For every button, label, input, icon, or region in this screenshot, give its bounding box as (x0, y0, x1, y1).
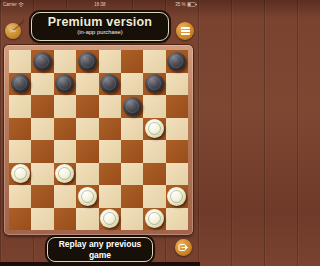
board-square[interactable] (9, 163, 31, 186)
hamburger-icon (181, 27, 190, 35)
board-square[interactable] (54, 73, 76, 96)
board-square[interactable] (31, 118, 53, 141)
board-square[interactable] (54, 95, 76, 118)
board-square[interactable] (121, 50, 143, 73)
board-square[interactable] (76, 140, 98, 163)
light-piece[interactable] (11, 164, 30, 183)
board-square[interactable] (166, 208, 188, 231)
light-piece[interactable] (145, 119, 164, 138)
board-square[interactable] (9, 208, 31, 231)
board-square[interactable] (143, 208, 165, 231)
board-grid (9, 50, 188, 230)
board-square[interactable] (9, 73, 31, 96)
board-square[interactable] (31, 50, 53, 73)
board-square[interactable] (31, 163, 53, 186)
premium-banner[interactable]: Premium version (in-app purchase) (31, 12, 169, 41)
board-square[interactable] (121, 118, 143, 141)
menu-button[interactable] (176, 22, 194, 40)
board-square[interactable] (121, 73, 143, 96)
bottom-shadow (0, 262, 200, 266)
dark-piece[interactable] (100, 74, 119, 93)
light-piece[interactable] (167, 187, 186, 206)
light-piece[interactable] (145, 209, 164, 228)
board-square[interactable] (99, 95, 121, 118)
board-square[interactable] (76, 208, 98, 231)
board-square[interactable] (143, 95, 165, 118)
board-square[interactable] (143, 140, 165, 163)
board-square[interactable] (166, 73, 188, 96)
board-square[interactable] (31, 73, 53, 96)
board-square[interactable] (76, 73, 98, 96)
forward-button[interactable] (175, 239, 192, 256)
light-piece[interactable] (78, 187, 97, 206)
board-square[interactable] (54, 163, 76, 186)
status-bar: Carrier 16:38 35 % (0, 0, 200, 8)
board-square[interactable] (54, 185, 76, 208)
board-frame (4, 45, 193, 235)
board-square[interactable] (166, 185, 188, 208)
dark-piece[interactable] (78, 52, 97, 71)
board-square[interactable] (143, 163, 165, 186)
dark-piece[interactable] (33, 52, 52, 71)
dark-piece[interactable] (167, 52, 186, 71)
board-square[interactable] (76, 95, 98, 118)
dark-piece[interactable] (55, 74, 74, 93)
board-square[interactable] (121, 140, 143, 163)
board-square[interactable] (31, 208, 53, 231)
board-square[interactable] (9, 50, 31, 73)
board-square[interactable] (166, 163, 188, 186)
replay-button[interactable]: Replay any previous game (47, 237, 153, 262)
board-square[interactable] (76, 163, 98, 186)
board-square[interactable] (76, 118, 98, 141)
board-square[interactable] (31, 140, 53, 163)
board-square[interactable] (54, 140, 76, 163)
board-square[interactable] (166, 140, 188, 163)
board-square[interactable] (121, 185, 143, 208)
board-square[interactable] (99, 185, 121, 208)
board-square[interactable] (143, 73, 165, 96)
clock: 16:38 (0, 2, 200, 7)
board-square[interactable] (121, 208, 143, 231)
light-piece[interactable] (100, 209, 119, 228)
board-square[interactable] (54, 50, 76, 73)
board-square[interactable] (99, 118, 121, 141)
board-square[interactable] (143, 50, 165, 73)
board-square[interactable] (99, 73, 121, 96)
replay-label: Replay any previous game (53, 239, 147, 259)
board-square[interactable] (9, 140, 31, 163)
board-square[interactable] (99, 50, 121, 73)
board-square[interactable] (76, 50, 98, 73)
board-square[interactable] (31, 95, 53, 118)
board-square[interactable] (121, 163, 143, 186)
premium-title: Premium version (32, 15, 168, 29)
board-square[interactable] (76, 185, 98, 208)
dark-piece[interactable] (11, 74, 30, 93)
arrow-in-box-icon (178, 242, 189, 253)
board-square[interactable] (143, 185, 165, 208)
light-piece[interactable] (55, 164, 74, 183)
board-square[interactable] (166, 50, 188, 73)
board-square[interactable] (54, 118, 76, 141)
premium-subtitle: (in-app purchase) (32, 29, 168, 35)
board-square[interactable] (99, 163, 121, 186)
board-square[interactable] (9, 185, 31, 208)
board-square[interactable] (121, 95, 143, 118)
dark-piece[interactable] (145, 74, 164, 93)
dark-piece[interactable] (123, 97, 142, 116)
board-square[interactable] (9, 95, 31, 118)
board-square[interactable] (31, 185, 53, 208)
board-square[interactable] (54, 208, 76, 231)
board-square[interactable] (9, 118, 31, 141)
board-square[interactable] (99, 208, 121, 231)
edit-name-label: Тел (10, 29, 16, 33)
board-square[interactable] (166, 118, 188, 141)
board-square[interactable] (166, 95, 188, 118)
board-square[interactable] (143, 118, 165, 141)
board-square[interactable] (99, 140, 121, 163)
